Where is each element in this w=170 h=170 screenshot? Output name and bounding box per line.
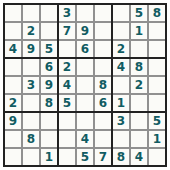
sudoku-cell[interactable]	[23, 149, 39, 165]
sudoku-cell[interactable]	[41, 113, 57, 129]
sudoku-cell[interactable]	[41, 5, 57, 21]
sudoku-cell[interactable]	[113, 23, 129, 39]
sudoku-cell[interactable]	[113, 131, 129, 147]
sudoku-cell[interactable]	[149, 59, 165, 75]
sudoku-box: 35184	[113, 113, 165, 165]
sudoku-cell: 3	[113, 113, 129, 129]
sudoku-box: 63928	[5, 59, 57, 111]
sudoku-cell: 3	[59, 5, 75, 21]
sudoku-board: 2495379658126392824856482198145735184	[3, 3, 167, 167]
sudoku-cell: 7	[59, 23, 75, 39]
sudoku-cell: 5	[149, 113, 165, 129]
page: 2495379658126392824856482198145735184	[0, 0, 170, 170]
sudoku-cell: 1	[149, 131, 165, 147]
sudoku-cell: 1	[113, 95, 129, 111]
sudoku-cell[interactable]	[5, 59, 21, 75]
sudoku-cell[interactable]	[149, 41, 165, 57]
sudoku-cell: 9	[5, 113, 21, 129]
sudoku-cell[interactable]	[95, 113, 111, 129]
sudoku-cell[interactable]	[59, 149, 75, 165]
sudoku-cell[interactable]	[95, 41, 111, 57]
sudoku-cell[interactable]	[5, 131, 21, 147]
sudoku-cell: 2	[23, 23, 39, 39]
sudoku-box: 457	[59, 113, 111, 165]
sudoku-cell[interactable]	[113, 5, 129, 21]
sudoku-cell: 2	[5, 95, 21, 111]
sudoku-cell: 4	[77, 131, 93, 147]
sudoku-cell[interactable]	[23, 113, 39, 129]
sudoku-cell[interactable]	[41, 23, 57, 39]
sudoku-cell: 5	[131, 5, 147, 21]
sudoku-cell: 3	[23, 77, 39, 93]
sudoku-cell: 8	[113, 149, 129, 165]
sudoku-cell: 4	[131, 149, 147, 165]
sudoku-cell[interactable]	[77, 77, 93, 93]
sudoku-box: 981	[5, 113, 57, 165]
sudoku-box: 5812	[113, 5, 165, 57]
sudoku-cell[interactable]	[77, 59, 93, 75]
sudoku-box: 24856	[59, 59, 111, 111]
sudoku-cell: 9	[77, 23, 93, 39]
sudoku-cell: 9	[41, 77, 57, 93]
sudoku-cell: 5	[59, 95, 75, 111]
sudoku-cell: 2	[59, 59, 75, 75]
sudoku-cell[interactable]	[131, 41, 147, 57]
sudoku-cell: 4	[113, 59, 129, 75]
sudoku-box: 2495	[5, 5, 57, 57]
sudoku-cell: 8	[41, 95, 57, 111]
sudoku-cell[interactable]	[95, 5, 111, 21]
sudoku-cell: 1	[131, 23, 147, 39]
sudoku-box: 4821	[113, 59, 165, 111]
sudoku-cell: 2	[113, 41, 129, 57]
sudoku-cell[interactable]	[23, 59, 39, 75]
sudoku-cell: 8	[95, 77, 111, 93]
sudoku-cell: 2	[131, 77, 147, 93]
sudoku-cell: 7	[95, 149, 111, 165]
sudoku-cell[interactable]	[95, 131, 111, 147]
sudoku-cell: 5	[77, 149, 93, 165]
sudoku-cell[interactable]	[5, 77, 21, 93]
sudoku-cell: 4	[59, 77, 75, 93]
sudoku-cell[interactable]	[149, 23, 165, 39]
sudoku-cell[interactable]	[113, 77, 129, 93]
sudoku-cell: 6	[41, 59, 57, 75]
sudoku-cell[interactable]	[5, 23, 21, 39]
sudoku-cell[interactable]	[149, 95, 165, 111]
sudoku-cell: 9	[23, 41, 39, 57]
sudoku-cell[interactable]	[149, 149, 165, 165]
sudoku-cell[interactable]	[59, 131, 75, 147]
sudoku-cell[interactable]	[77, 113, 93, 129]
sudoku-cell: 6	[77, 41, 93, 57]
sudoku-cell[interactable]	[131, 131, 147, 147]
sudoku-box: 3796	[59, 5, 111, 57]
sudoku-cell[interactable]	[131, 113, 147, 129]
sudoku-cell[interactable]	[77, 95, 93, 111]
sudoku-cell: 8	[131, 59, 147, 75]
sudoku-cell[interactable]	[149, 77, 165, 93]
sudoku-cell[interactable]	[131, 95, 147, 111]
sudoku-cell: 4	[5, 41, 21, 57]
sudoku-cell[interactable]	[23, 95, 39, 111]
sudoku-cell: 1	[41, 149, 57, 165]
sudoku-cell[interactable]	[5, 5, 21, 21]
sudoku-cell[interactable]	[77, 5, 93, 21]
sudoku-cell: 5	[41, 41, 57, 57]
sudoku-cell: 8	[23, 131, 39, 147]
sudoku-cell[interactable]	[95, 23, 111, 39]
sudoku-cell: 8	[149, 5, 165, 21]
sudoku-cell[interactable]	[5, 149, 21, 165]
sudoku-cell[interactable]	[59, 41, 75, 57]
sudoku-cell[interactable]	[23, 5, 39, 21]
sudoku-cell[interactable]	[41, 131, 57, 147]
sudoku-cell: 6	[95, 95, 111, 111]
sudoku-cell[interactable]	[95, 59, 111, 75]
sudoku-cell[interactable]	[59, 113, 75, 129]
